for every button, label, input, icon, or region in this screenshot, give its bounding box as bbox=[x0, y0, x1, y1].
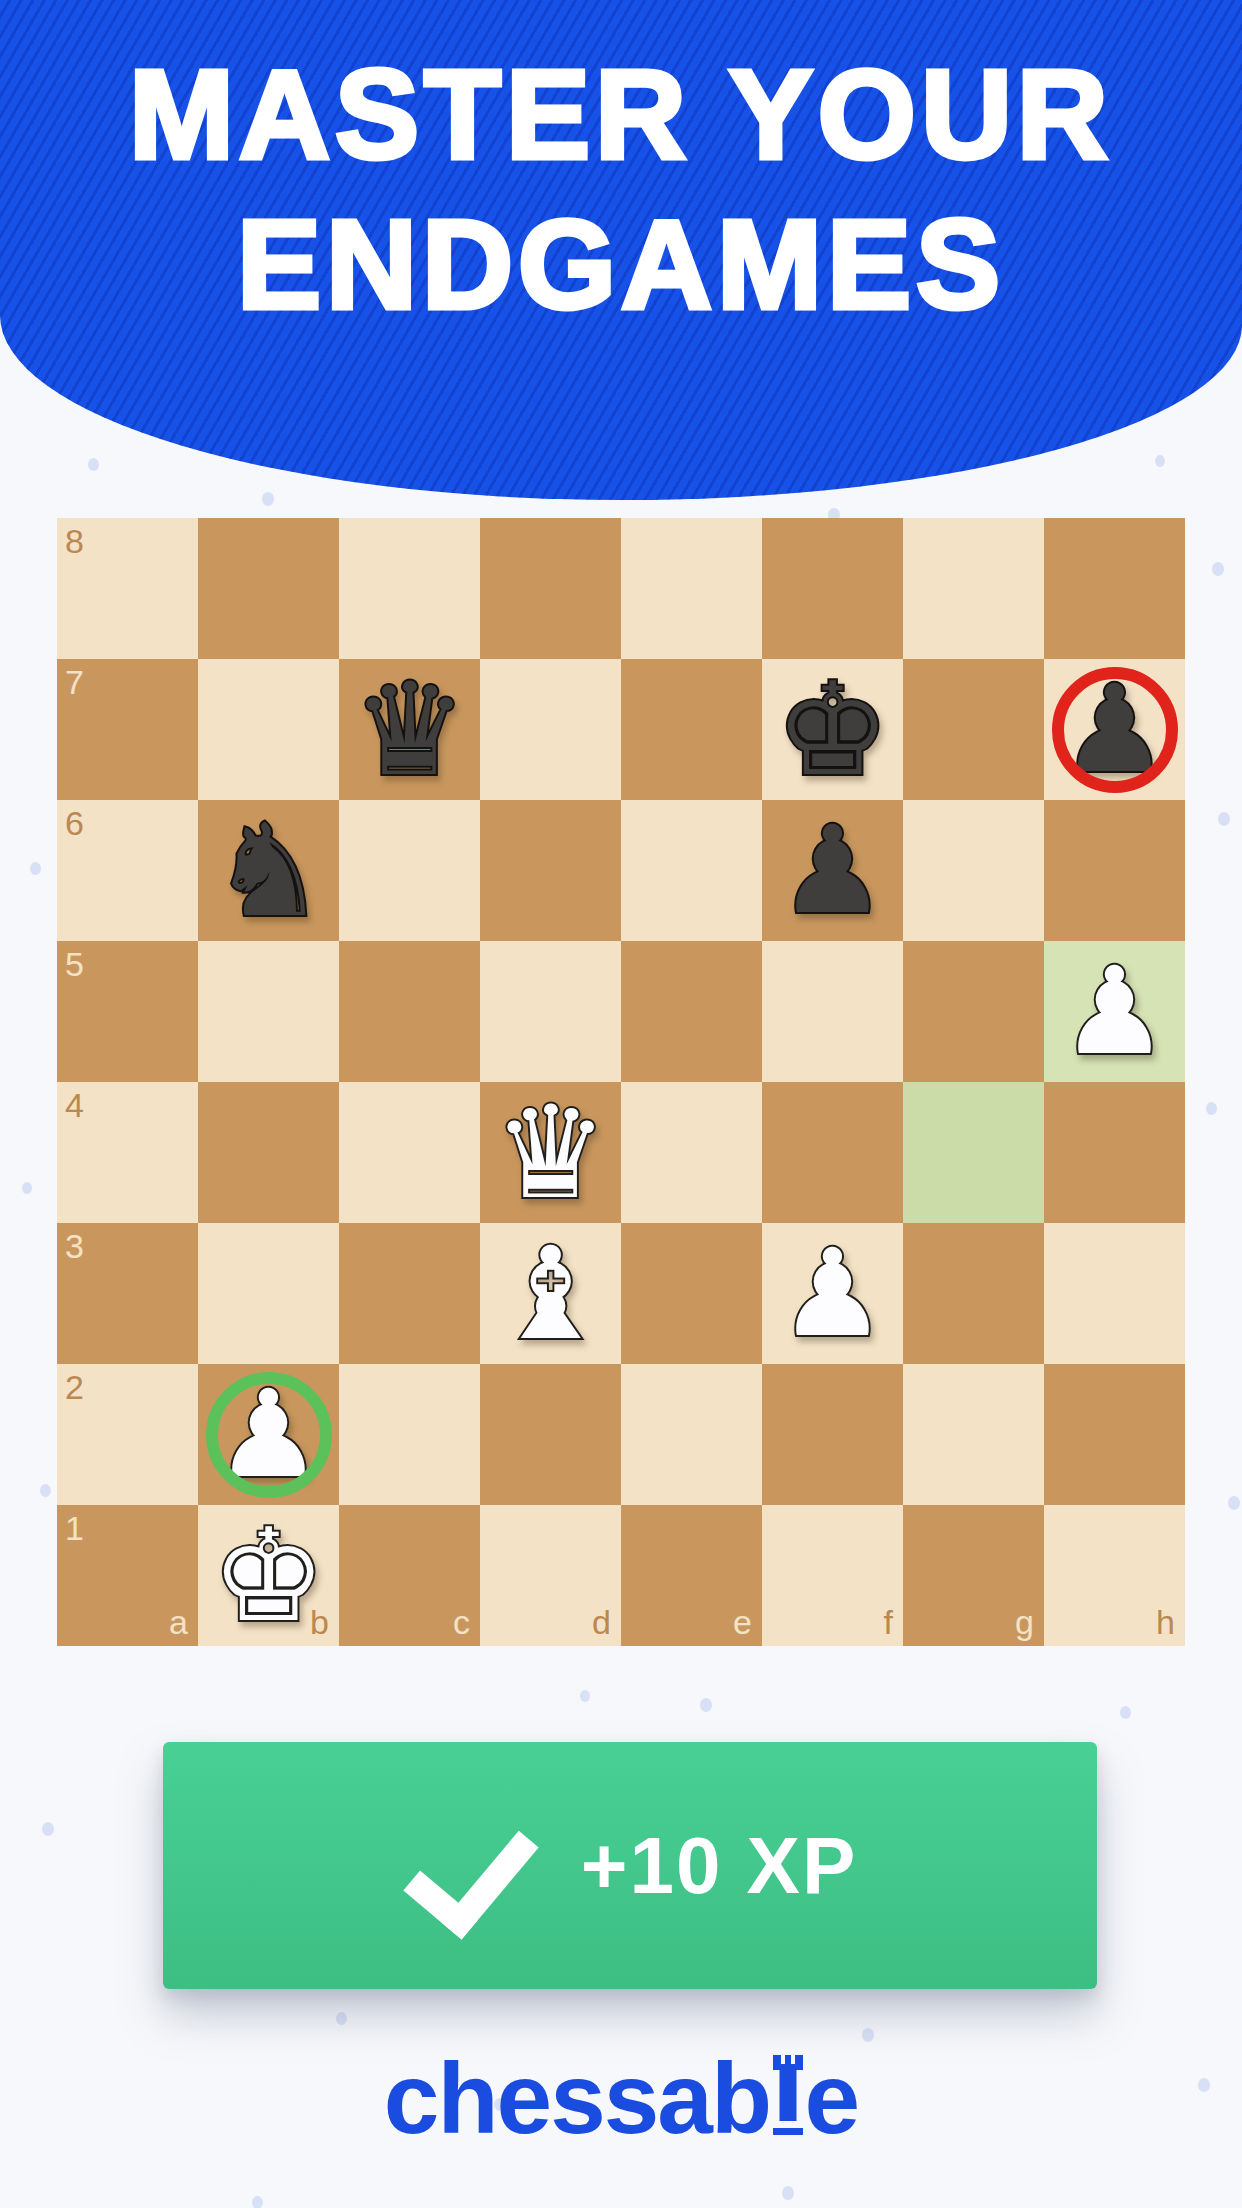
file-label-e: e bbox=[733, 1605, 752, 1639]
file-label-f: f bbox=[884, 1605, 893, 1639]
square-e1[interactable]: e bbox=[621, 1505, 762, 1646]
square-g4[interactable] bbox=[903, 1082, 1044, 1223]
xp-reward-button[interactable]: +10 XP bbox=[163, 1742, 1097, 1989]
square-f3[interactable]: ♟ bbox=[762, 1223, 903, 1364]
square-h5[interactable]: ♟ bbox=[1044, 941, 1185, 1082]
background-speckle bbox=[22, 1182, 32, 1194]
square-c8[interactable] bbox=[339, 518, 480, 659]
file-label-c: c bbox=[453, 1605, 470, 1639]
white-king-b1[interactable]: ♚ bbox=[198, 1505, 339, 1646]
square-f2[interactable] bbox=[762, 1364, 903, 1505]
white-pawn-h5[interactable]: ♟ bbox=[1044, 941, 1185, 1082]
black-king-f7[interactable]: ♚ bbox=[762, 659, 903, 800]
square-h4[interactable] bbox=[1044, 1082, 1185, 1223]
square-f1[interactable]: f bbox=[762, 1505, 903, 1646]
background-speckle bbox=[1206, 1102, 1217, 1115]
white-pawn-b2[interactable]: ♟ bbox=[198, 1364, 339, 1505]
background-speckle bbox=[252, 2196, 263, 2208]
square-g7[interactable] bbox=[903, 659, 1044, 800]
square-e6[interactable] bbox=[621, 800, 762, 941]
background-speckle bbox=[1218, 812, 1230, 826]
square-c3[interactable] bbox=[339, 1223, 480, 1364]
square-g8[interactable] bbox=[903, 518, 1044, 659]
background-speckle bbox=[782, 2186, 794, 2200]
square-h2[interactable] bbox=[1044, 1364, 1185, 1505]
square-f4[interactable] bbox=[762, 1082, 903, 1223]
hero-title-line2: ENDGAMES bbox=[237, 190, 1005, 340]
square-e3[interactable] bbox=[621, 1223, 762, 1364]
square-d4[interactable]: ♛ bbox=[480, 1082, 621, 1223]
square-c6[interactable] bbox=[339, 800, 480, 941]
rank-label-8: 8 bbox=[65, 524, 84, 558]
rank-label-3: 3 bbox=[65, 1229, 84, 1263]
rank-label-6: 6 bbox=[65, 806, 84, 840]
square-c1[interactable]: c bbox=[339, 1505, 480, 1646]
background-speckle bbox=[336, 2012, 347, 2025]
square-b4[interactable] bbox=[198, 1082, 339, 1223]
square-a8[interactable]: 8 bbox=[57, 518, 198, 659]
square-f6[interactable]: ♟ bbox=[762, 800, 903, 941]
square-a6[interactable]: 6 bbox=[57, 800, 198, 941]
square-g2[interactable] bbox=[903, 1364, 1044, 1505]
logo-text-right: e bbox=[805, 2042, 859, 2154]
page: MASTER YOUR ENDGAMES 87♛♚♟6♞♟5♟4♛3♝♟2♟1a… bbox=[0, 0, 1242, 2208]
square-b1[interactable]: b♚ bbox=[198, 1505, 339, 1646]
square-d8[interactable] bbox=[480, 518, 621, 659]
white-bishop-d3[interactable]: ♝ bbox=[480, 1223, 621, 1364]
square-d7[interactable] bbox=[480, 659, 621, 800]
square-b5[interactable] bbox=[198, 941, 339, 1082]
background-speckle bbox=[1155, 455, 1165, 467]
square-d1[interactable]: d bbox=[480, 1505, 621, 1646]
square-h1[interactable]: h bbox=[1044, 1505, 1185, 1646]
rank-label-5: 5 bbox=[65, 947, 84, 981]
checkmark-icon bbox=[403, 1807, 515, 1925]
square-b7[interactable] bbox=[198, 659, 339, 800]
file-label-d: d bbox=[592, 1605, 611, 1639]
hero-title-line1: MASTER YOUR bbox=[129, 40, 1113, 190]
square-a5[interactable]: 5 bbox=[57, 941, 198, 1082]
file-label-g: g bbox=[1015, 1605, 1034, 1639]
square-h3[interactable] bbox=[1044, 1223, 1185, 1364]
black-queen-c7[interactable]: ♛ bbox=[339, 659, 480, 800]
square-e4[interactable] bbox=[621, 1082, 762, 1223]
square-e7[interactable] bbox=[621, 659, 762, 800]
square-b2[interactable]: ♟ bbox=[198, 1364, 339, 1505]
black-pawn-f6[interactable]: ♟ bbox=[762, 800, 903, 941]
square-f5[interactable] bbox=[762, 941, 903, 1082]
square-h8[interactable] bbox=[1044, 518, 1185, 659]
background-speckle bbox=[262, 492, 274, 506]
square-c7[interactable]: ♛ bbox=[339, 659, 480, 800]
square-f8[interactable] bbox=[762, 518, 903, 659]
background-speckle bbox=[88, 458, 99, 471]
background-speckle bbox=[862, 2028, 874, 2042]
square-b6[interactable]: ♞ bbox=[198, 800, 339, 941]
square-g1[interactable]: g bbox=[903, 1505, 1044, 1646]
square-c5[interactable] bbox=[339, 941, 480, 1082]
hero-banner: MASTER YOUR ENDGAMES bbox=[0, 0, 1242, 500]
rank-label-1: 1 bbox=[65, 1511, 84, 1545]
background-speckle bbox=[580, 1690, 590, 1702]
black-pawn-h7[interactable]: ♟ bbox=[1044, 659, 1185, 800]
square-e2[interactable] bbox=[621, 1364, 762, 1505]
square-a4[interactable]: 4 bbox=[57, 1082, 198, 1223]
file-label-h: h bbox=[1156, 1605, 1175, 1639]
background-speckle bbox=[1212, 562, 1224, 576]
square-c4[interactable] bbox=[339, 1082, 480, 1223]
black-knight-b6[interactable]: ♞ bbox=[198, 800, 339, 941]
square-g5[interactable] bbox=[903, 941, 1044, 1082]
square-d6[interactable] bbox=[480, 800, 621, 941]
rank-label-4: 4 bbox=[65, 1088, 84, 1122]
square-h7[interactable]: ♟ bbox=[1044, 659, 1185, 800]
square-d2[interactable] bbox=[480, 1364, 621, 1505]
file-label-a: a bbox=[169, 1605, 188, 1639]
square-a3[interactable]: 3 bbox=[57, 1223, 198, 1364]
square-f7[interactable]: ♚ bbox=[762, 659, 903, 800]
square-b8[interactable] bbox=[198, 518, 339, 659]
background-speckle bbox=[1228, 1496, 1240, 1510]
background-speckle bbox=[42, 1822, 54, 1836]
square-d5[interactable] bbox=[480, 941, 621, 1082]
square-d3[interactable]: ♝ bbox=[480, 1223, 621, 1364]
square-e5[interactable] bbox=[621, 941, 762, 1082]
background-speckle bbox=[1120, 1706, 1131, 1719]
background-speckle bbox=[30, 862, 41, 875]
square-a1[interactable]: 1a bbox=[57, 1505, 198, 1646]
square-a2[interactable]: 2 bbox=[57, 1364, 198, 1505]
square-a7[interactable]: 7 bbox=[57, 659, 198, 800]
white-queen-d4[interactable]: ♛ bbox=[480, 1082, 621, 1223]
square-b3[interactable] bbox=[198, 1223, 339, 1364]
logo-text-left: chessab bbox=[384, 2042, 770, 2154]
square-c2[interactable] bbox=[339, 1364, 480, 1505]
rank-label-7: 7 bbox=[65, 665, 84, 699]
background-speckle bbox=[40, 1484, 51, 1497]
white-pawn-f3[interactable]: ♟ bbox=[762, 1223, 903, 1364]
square-g6[interactable] bbox=[903, 800, 1044, 941]
square-h6[interactable] bbox=[1044, 800, 1185, 941]
rank-label-2: 2 bbox=[65, 1370, 84, 1404]
square-e8[interactable] bbox=[621, 518, 762, 659]
chess-board: 87♛♚♟6♞♟5♟4♛3♝♟2♟1ab♚cdefgh bbox=[57, 518, 1185, 1646]
square-g3[interactable] bbox=[903, 1223, 1044, 1364]
chessable-logo: chessabe bbox=[0, 2048, 1242, 2148]
xp-label: +10 XP bbox=[581, 1820, 858, 1912]
rook-letter-l-icon bbox=[773, 2055, 803, 2135]
background-speckle bbox=[700, 1698, 712, 1712]
